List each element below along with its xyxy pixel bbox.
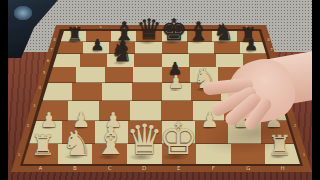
piece-black-rook-a8[interactable]: ♜ [66,25,83,44]
chess-scene: AaBbCcDdEeFfGgHh1122334455667788 ♜♝♛♚♝♞♜… [0,0,320,180]
file-label-bottom-e: E [177,165,180,171]
file-label-bottom-b: B [73,165,77,171]
square-b4[interactable] [72,83,102,101]
rank-label-left-5: 5 [43,70,46,75]
square-a6[interactable] [53,54,80,68]
file-label-bottom-c: C [108,165,112,171]
laptop-glint [14,6,32,20]
piece-white-pawn-a2[interactable]: ♟ [40,110,58,131]
piece-white-rook-a1[interactable]: ♜ [31,132,56,160]
square-d4[interactable] [132,83,162,101]
square-d5[interactable] [133,67,161,83]
rank-label-left-2: 2 [27,123,30,128]
letterbox-left [0,0,8,180]
square-c5[interactable] [105,67,133,83]
piece-black-king-e8[interactable]: ♚ [160,15,187,45]
square-b5[interactable] [76,67,104,83]
piece-black-pawn-h7[interactable]: ♟ [244,38,258,54]
file-label-bottom-g: G [246,165,250,171]
file-label-bottom-h: H [281,165,285,171]
square-a5[interactable] [48,67,76,83]
square-b6[interactable] [80,54,107,68]
rank-label-right-7: 7 [270,47,273,52]
square-c4[interactable] [102,83,132,101]
rank-label-left-8: 8 [53,37,56,42]
piece-white-pawn-e4[interactable]: ♟ [168,74,184,92]
piece-black-pawn-b7[interactable]: ♟ [90,38,104,54]
letterbox-right [312,0,320,180]
rank-label-left-4: 4 [38,85,41,90]
piece-white-knight-b1[interactable]: ♞ [62,126,93,160]
board-rank-6 [53,54,270,68]
rank-label-left-1: 1 [18,152,21,157]
piece-black-knight-c6[interactable]: ♞ [110,41,132,66]
piece-white-bishop-c1[interactable]: ♝ [94,123,128,160]
rank-label-left-6: 6 [47,58,50,63]
piece-white-king-e1[interactable]: ♚ [159,117,198,161]
file-label-bottom-d: D [142,165,146,171]
file-label-top-b: b [99,25,101,29]
rank-label-left-3: 3 [33,103,36,108]
rank-label-right-1: 1 [303,152,306,157]
file-label-bottom-a: A [38,165,42,171]
piece-black-knight-g8[interactable]: ♞ [213,21,234,44]
square-g6[interactable] [216,54,243,68]
piece-black-queen-d8[interactable]: ♛ [136,16,162,45]
square-d6[interactable] [134,54,161,68]
file-label-bottom-f: F [212,165,215,171]
piece-black-bishop-f8[interactable]: ♝ [187,19,210,44]
rank-label-left-7: 7 [50,47,53,52]
rank-label-right-8: 8 [267,37,270,42]
